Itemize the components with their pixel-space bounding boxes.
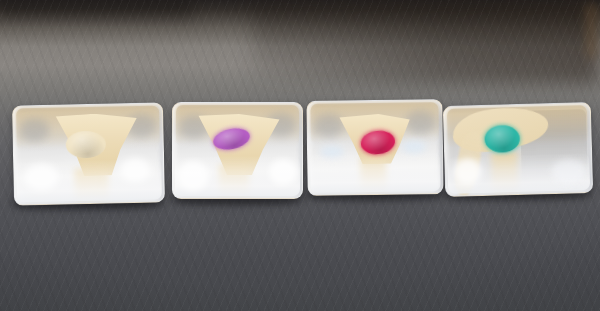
sample-block-2 [172, 102, 303, 199]
block-front-face [310, 152, 441, 193]
photo-four-sample-blocks [0, 0, 600, 311]
sample-dot [484, 125, 520, 153]
sample-block-4 [443, 102, 593, 197]
specular-highlight [177, 161, 209, 191]
sample-block-1 [12, 102, 165, 205]
specular-highlight [269, 159, 297, 185]
sample-block-3 [306, 99, 443, 196]
